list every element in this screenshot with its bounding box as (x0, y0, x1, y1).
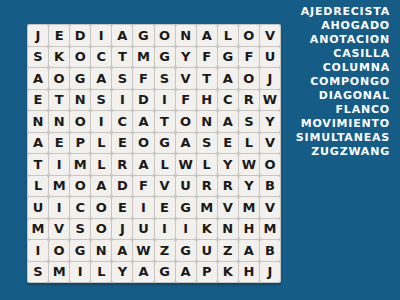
grid-cell-r8c7[interactable]: V (155, 176, 175, 197)
grid-cell-r8c3[interactable]: O (70, 176, 90, 197)
grid-cell-r6c10[interactable]: E (218, 133, 238, 154)
grid-cell-r6c3[interactable]: P (70, 133, 90, 154)
grid-cell-r6c9[interactable]: S (197, 133, 217, 154)
grid-cell-r10c2[interactable]: V (49, 219, 69, 240)
grid-cell-r12c11[interactable]: H (239, 262, 259, 283)
grid-cell-r5c10[interactable]: A (218, 111, 238, 132)
grid-cell-r2c11[interactable]: F (239, 47, 259, 68)
grid-cell-r5c2[interactable]: N (49, 111, 69, 132)
grid-cell-r10c4[interactable]: O (91, 219, 111, 240)
word-list-item-columna: COLUMNA (296, 61, 390, 75)
grid-cell-r9c3[interactable]: C (70, 197, 90, 218)
grid-cell-r11c1[interactable]: I (28, 240, 48, 261)
grid-cell-r1c3[interactable]: D (70, 25, 90, 46)
grid-cell-r2c10[interactable]: G (218, 47, 238, 68)
grid-cell-r5c1[interactable]: N (28, 111, 48, 132)
grid-cell-r11c12[interactable]: B (260, 240, 280, 261)
word-list-item-diagonal: DIAGONAL (296, 89, 390, 103)
grid-cell-r11c8[interactable]: G (176, 240, 196, 261)
grid-cell-r9c7[interactable]: E (155, 197, 175, 218)
grid-cell-r1c7[interactable]: O (155, 25, 175, 46)
grid-cell-r3c1[interactable]: A (28, 68, 48, 89)
grid-cell-r11c11[interactable]: A (239, 240, 259, 261)
grid-cell-r12c1[interactable]: S (28, 262, 48, 283)
grid-cell-r3c11[interactable]: O (239, 68, 259, 89)
grid-cell-r2c9[interactable]: F (197, 47, 217, 68)
grid-cell-r3c3[interactable]: G (70, 68, 90, 89)
grid-cell-r8c10[interactable]: R (218, 176, 238, 197)
grid-cell-r10c6[interactable]: U (133, 219, 153, 240)
grid-cell-r12c10[interactable]: K (218, 262, 238, 283)
word-list-item-movimiento: MOVIMIENTO (296, 117, 390, 131)
grid-cell-r2c8[interactable]: Y (176, 47, 196, 68)
grid-cell-r9c8[interactable]: G (176, 197, 196, 218)
grid-cell-r8c12[interactable]: B (260, 176, 280, 197)
grid-cell-r3c9[interactable]: T (197, 68, 217, 89)
grid-cell-r1c10[interactable]: L (218, 25, 238, 46)
grid-cell-r7c10[interactable]: Y (218, 154, 238, 175)
grid-cell-r10c8[interactable]: I (176, 219, 196, 240)
grid-cell-r2c2[interactable]: K (49, 47, 69, 68)
grid-cell-r7c2[interactable]: I (49, 154, 69, 175)
grid-cell-r9c6[interactable]: I (133, 197, 153, 218)
word-list-item-casilla: CASILLA (296, 47, 390, 61)
grid-cell-r3c5[interactable]: S (112, 68, 132, 89)
grid-cell-r5c8[interactable]: O (176, 111, 196, 132)
grid-cell-r10c10[interactable]: N (218, 219, 238, 240)
word-list-item-anotacion: ANOTACION (296, 33, 390, 47)
grid-cell-r1c1[interactable]: J (28, 25, 48, 46)
grid-cell-r10c9[interactable]: K (197, 219, 217, 240)
grid-cell-r4c6[interactable]: D (133, 90, 153, 111)
grid-cell-r4c4[interactable]: S (91, 90, 111, 111)
grid-cell-r6c1[interactable]: A (28, 133, 48, 154)
grid-cell-r5c11[interactable]: S (239, 111, 259, 132)
grid-cell-r2c5[interactable]: T (112, 47, 132, 68)
grid-cell-r11c3[interactable]: G (70, 240, 90, 261)
word-list: AJEDRECISTAAHOGADOANOTACIONCASILLACOLUMN… (296, 5, 390, 159)
grid-cell-r2c7[interactable]: G (155, 47, 175, 68)
grid-cell-r4c3[interactable]: N (70, 90, 90, 111)
grid-cell-r3c6[interactable]: F (133, 68, 153, 89)
grid-cell-r5c3[interactable]: O (70, 111, 90, 132)
grid-cell-r3c7[interactable]: S (155, 68, 175, 89)
grid-cell-r12c12[interactable]: J (260, 262, 280, 283)
grid-cell-r9c2[interactable]: I (49, 197, 69, 218)
grid-cell-r7c12[interactable]: O (260, 154, 280, 175)
grid-cell-r12c6[interactable]: A (133, 262, 153, 283)
word-list-item-flanco: FLANCO (296, 103, 390, 117)
grid-cell-r5c4[interactable]: I (91, 111, 111, 132)
grid-cell-r11c4[interactable]: N (91, 240, 111, 261)
grid-cell-r11c2[interactable]: O (49, 240, 69, 261)
grid-cell-r1c8[interactable]: N (176, 25, 196, 46)
grid-cell-r9c10[interactable]: V (218, 197, 238, 218)
grid-cell-r10c1[interactable]: M (28, 219, 48, 240)
grid-cell-r11c10[interactable]: Z (218, 240, 238, 261)
grid-cell-r9c9[interactable]: M (197, 197, 217, 218)
grid-cell-r12c2[interactable]: M (49, 262, 69, 283)
grid-cell-r4c2[interactable]: T (49, 90, 69, 111)
grid-cell-r3c4[interactable]: A (91, 68, 111, 89)
grid-cell-r8c6[interactable]: F (133, 176, 153, 197)
grid-cell-r1c6[interactable]: G (133, 25, 153, 46)
grid-cell-r7c5[interactable]: R (112, 154, 132, 175)
grid-cell-r8c5[interactable]: D (112, 176, 132, 197)
grid-cell-r6c12[interactable]: V (260, 133, 280, 154)
grid-cell-r9c4[interactable]: O (91, 197, 111, 218)
grid-cell-r1c11[interactable]: O (239, 25, 259, 46)
grid-cell-r9c5[interactable]: E (112, 197, 132, 218)
grid-cell-r6c4[interactable]: L (91, 133, 111, 154)
grid-cell-r5c9[interactable]: N (197, 111, 217, 132)
grid-cell-r4c9[interactable]: H (197, 90, 217, 111)
grid-cell-r4c5[interactable]: I (112, 90, 132, 111)
grid-cell-r5c7[interactable]: T (155, 111, 175, 132)
grid-cell-r7c7[interactable]: L (155, 154, 175, 175)
grid-cell-r5c6[interactable]: A (133, 111, 153, 132)
grid-cell-r6c2[interactable]: E (49, 133, 69, 154)
grid-cell-r3c2[interactable]: O (49, 68, 69, 89)
grid-cell-r12c4[interactable]: L (91, 262, 111, 283)
grid-cell-r11c6[interactable]: W (133, 240, 153, 261)
grid-cell-r6c8[interactable]: A (176, 133, 196, 154)
grid-cell-r1c4[interactable]: I (91, 25, 111, 46)
grid-cell-r11c5[interactable]: A (112, 240, 132, 261)
grid-cell-r8c1[interactable]: L (28, 176, 48, 197)
word-list-item-zugzwang: ZUGZWANG (296, 145, 390, 159)
grid-cell-r1c5[interactable]: A (112, 25, 132, 46)
grid-cell-r4c12[interactable]: W (260, 90, 280, 111)
grid-cell-r8c8[interactable]: U (176, 176, 196, 197)
word-list-item-ahogado: AHOGADO (296, 19, 390, 33)
grid-cell-r11c7[interactable]: Z (155, 240, 175, 261)
grid-cell-r9c11[interactable]: M (239, 197, 259, 218)
grid-cell-r1c9[interactable]: A (197, 25, 217, 46)
grid-cell-r2c6[interactable]: M (133, 47, 153, 68)
grid-cell-r8c2[interactable]: M (49, 176, 69, 197)
grid-cell-r7c8[interactable]: W (176, 154, 196, 175)
grid-cell-r7c9[interactable]: L (197, 154, 217, 175)
grid-cell-r10c12[interactable]: M (260, 219, 280, 240)
grid-cell-r2c12[interactable]: U (260, 47, 280, 68)
grid-cell-r12c3[interactable]: I (70, 262, 90, 283)
grid-cell-r11c9[interactable]: U (197, 240, 217, 261)
grid-cell-r2c1[interactable]: S (28, 47, 48, 68)
grid-cell-r3c10[interactable]: A (218, 68, 238, 89)
grid-cell-r2c3[interactable]: O (70, 47, 90, 68)
grid-cell-r5c5[interactable]: C (112, 111, 132, 132)
word-search-grid: JEDIAGONALOVSKOCTMGYFGFUAOGASFSVTAOJETNS… (27, 24, 281, 283)
grid-cell-r1c12[interactable]: V (260, 25, 280, 46)
grid-cell-r7c1[interactable]: T (28, 154, 48, 175)
grid-cell-r3c12[interactable]: J (260, 68, 280, 89)
grid-cell-r4c7[interactable]: I (155, 90, 175, 111)
grid-cell-r8c4[interactable]: A (91, 176, 111, 197)
grid-cell-r2c4[interactable]: C (91, 47, 111, 68)
grid-cell-r12c7[interactable]: G (155, 262, 175, 283)
grid-cell-r9c12[interactable]: V (260, 197, 280, 218)
grid-cell-r10c11[interactable]: H (239, 219, 259, 240)
grid-cell-r12c5[interactable]: Y (112, 262, 132, 283)
grid-cell-r9c1[interactable]: U (28, 197, 48, 218)
grid-cell-r7c4[interactable]: L (91, 154, 111, 175)
grid-cell-r1c2[interactable]: E (49, 25, 69, 46)
grid-cell-r12c8[interactable]: A (176, 262, 196, 283)
grid-cell-r6c7[interactable]: G (155, 133, 175, 154)
grid-cell-r8c9[interactable]: R (197, 176, 217, 197)
grid-cell-r4c8[interactable]: F (176, 90, 196, 111)
grid-cell-r12c9[interactable]: P (197, 262, 217, 283)
word-list-item-ajedrecista: AJEDRECISTA (296, 5, 390, 19)
grid-cell-r4c10[interactable]: C (218, 90, 238, 111)
grid-cell-r7c6[interactable]: A (133, 154, 153, 175)
grid-cell-r5c12[interactable]: Y (260, 111, 280, 132)
grid-cell-r4c11[interactable]: R (239, 90, 259, 111)
grid-cell-r10c5[interactable]: J (112, 219, 132, 240)
grid-cell-r7c11[interactable]: W (239, 154, 259, 175)
grid-cell-r10c3[interactable]: S (70, 219, 90, 240)
grid-cell-r6c6[interactable]: O (133, 133, 153, 154)
grid-cell-r3c8[interactable]: V (176, 68, 196, 89)
grid-cell-r6c5[interactable]: E (112, 133, 132, 154)
grid-cell-r10c7[interactable]: I (155, 219, 175, 240)
grid-cell-r4c1[interactable]: E (28, 90, 48, 111)
word-list-item-simultaneas: SIMULTANEAS (296, 131, 390, 145)
grid-cell-r8c11[interactable]: Y (239, 176, 259, 197)
word-list-item-compongo: COMPONGO (296, 75, 390, 89)
grid-cell-r7c3[interactable]: M (70, 154, 90, 175)
grid-cell-r6c11[interactable]: L (239, 133, 259, 154)
